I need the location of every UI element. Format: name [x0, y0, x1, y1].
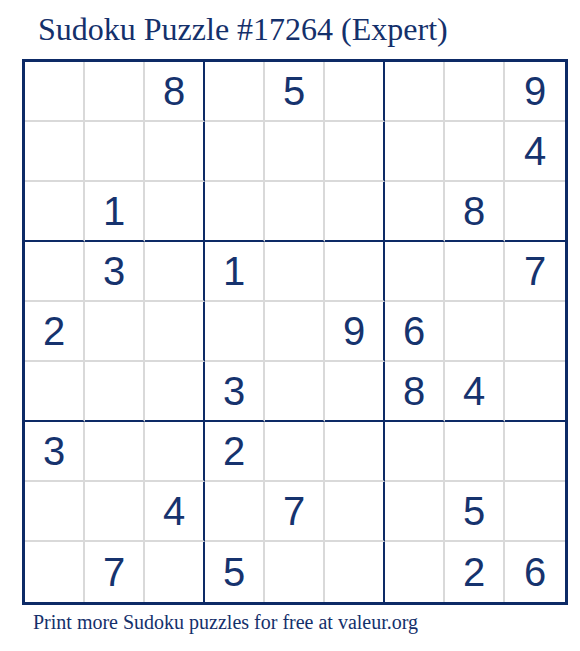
cell-r5c7: 6: [385, 302, 445, 362]
cell-r5c8: [445, 302, 505, 362]
cell-r8c1: [25, 482, 85, 542]
cell-r6c9: [505, 362, 565, 422]
cell-r8c4: [205, 482, 265, 542]
cell-r9c1: [25, 542, 85, 602]
cell-r3c5: [265, 182, 325, 242]
cell-r1c6: [325, 62, 385, 122]
cell-r3c6: [325, 182, 385, 242]
cell-r5c3: [145, 302, 205, 362]
cell-r1c8: [445, 62, 505, 122]
cell-r9c7: [385, 542, 445, 602]
cell-r3c9: [505, 182, 565, 242]
cell-r8c7: [385, 482, 445, 542]
cell-r9c5: [265, 542, 325, 602]
cell-r7c8: [445, 422, 505, 482]
cell-r2c3: [145, 122, 205, 182]
cell-r2c2: [85, 122, 145, 182]
cell-r4c4: 1: [205, 242, 265, 302]
cell-r7c2: [85, 422, 145, 482]
cell-r5c2: [85, 302, 145, 362]
cell-r2c7: [385, 122, 445, 182]
cell-r1c3: 8: [145, 62, 205, 122]
cell-r4c8: [445, 242, 505, 302]
cell-r4c6: [325, 242, 385, 302]
cell-r8c5: 7: [265, 482, 325, 542]
cell-r6c1: [25, 362, 85, 422]
page-title: Sudoku Puzzle #17264 (Expert): [38, 12, 448, 47]
cell-r4c3: [145, 242, 205, 302]
cell-r5c5: [265, 302, 325, 362]
cell-r6c6: [325, 362, 385, 422]
cell-r9c3: [145, 542, 205, 602]
cell-r2c9: 4: [505, 122, 565, 182]
sudoku-grid: 859418317296384324757526: [22, 59, 568, 605]
cell-r4c2: 3: [85, 242, 145, 302]
cell-r8c8: 5: [445, 482, 505, 542]
cell-r4c5: [265, 242, 325, 302]
cell-r6c5: [265, 362, 325, 422]
cell-r6c7: 8: [385, 362, 445, 422]
cell-r8c9: [505, 482, 565, 542]
cell-r8c2: [85, 482, 145, 542]
cell-r5c6: 9: [325, 302, 385, 362]
cell-r9c6: [325, 542, 385, 602]
cell-r6c2: [85, 362, 145, 422]
cell-r1c1: [25, 62, 85, 122]
cell-r3c1: [25, 182, 85, 242]
cell-r7c4: 2: [205, 422, 265, 482]
cell-r7c7: [385, 422, 445, 482]
cell-r7c6: [325, 422, 385, 482]
cell-r4c7: [385, 242, 445, 302]
cell-r8c6: [325, 482, 385, 542]
cell-r1c7: [385, 62, 445, 122]
cell-r9c8: 2: [445, 542, 505, 602]
cell-r9c9: 6: [505, 542, 565, 602]
cell-r2c5: [265, 122, 325, 182]
cell-r6c3: [145, 362, 205, 422]
cell-r9c2: 7: [85, 542, 145, 602]
cell-r5c1: 2: [25, 302, 85, 362]
cell-r2c4: [205, 122, 265, 182]
cell-r6c8: 4: [445, 362, 505, 422]
cell-r8c3: 4: [145, 482, 205, 542]
cell-r3c4: [205, 182, 265, 242]
cell-r7c9: [505, 422, 565, 482]
cell-r2c1: [25, 122, 85, 182]
cell-r7c1: 3: [25, 422, 85, 482]
cell-r4c9: 7: [505, 242, 565, 302]
footer-text: Print more Sudoku puzzles for free at va…: [33, 611, 418, 634]
cell-r3c2: 1: [85, 182, 145, 242]
cell-r1c2: [85, 62, 145, 122]
cell-r1c4: [205, 62, 265, 122]
cell-r9c4: 5: [205, 542, 265, 602]
cell-r3c8: 8: [445, 182, 505, 242]
cell-r5c9: [505, 302, 565, 362]
cell-r4c1: [25, 242, 85, 302]
cell-r3c3: [145, 182, 205, 242]
cell-r2c8: [445, 122, 505, 182]
cell-r7c5: [265, 422, 325, 482]
cell-r6c4: 3: [205, 362, 265, 422]
cell-r1c5: 5: [265, 62, 325, 122]
cell-r3c7: [385, 182, 445, 242]
cell-r7c3: [145, 422, 205, 482]
cell-r5c4: [205, 302, 265, 362]
cell-r2c6: [325, 122, 385, 182]
cell-r1c9: 9: [505, 62, 565, 122]
